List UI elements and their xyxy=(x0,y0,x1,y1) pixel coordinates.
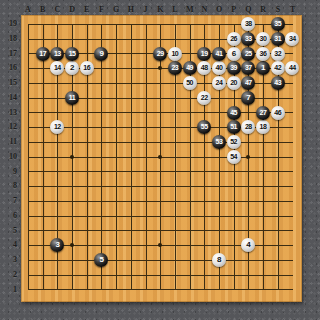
stones-layer: 1234567891011121314151617181920222324252… xyxy=(21,17,300,297)
row-label: 8 xyxy=(2,181,17,191)
black-stone: 35 xyxy=(271,17,285,31)
white-stone: 38 xyxy=(241,17,255,31)
white-stone: 34 xyxy=(285,32,299,46)
black-stone: 15 xyxy=(65,47,79,61)
move-number: 30 xyxy=(260,32,267,46)
column-label: R xyxy=(256,5,271,15)
move-number: 15 xyxy=(69,46,76,60)
move-number: 36 xyxy=(260,46,267,60)
move-number: 31 xyxy=(274,32,281,46)
move-number: 44 xyxy=(289,61,296,75)
white-stone: 50 xyxy=(183,76,197,90)
move-number: 45 xyxy=(230,105,237,119)
column-label: O xyxy=(212,5,227,15)
row-label: 15 xyxy=(2,78,17,88)
move-number: 20 xyxy=(230,76,237,90)
move-number: 47 xyxy=(245,76,252,90)
move-number: 13 xyxy=(54,46,61,60)
move-number: 4 xyxy=(246,238,250,252)
move-number: 27 xyxy=(260,105,267,119)
white-stone: 4 xyxy=(241,238,255,252)
black-stone: 55 xyxy=(197,120,211,134)
star-point xyxy=(70,155,74,159)
move-number: 16 xyxy=(83,61,90,75)
black-stone: 47 xyxy=(241,76,255,90)
move-number: 55 xyxy=(201,120,208,134)
column-label: C xyxy=(50,5,65,15)
row-label: 1 xyxy=(2,285,17,295)
row-label: 7 xyxy=(2,196,17,206)
row-label: 3 xyxy=(2,255,17,265)
row-label: 10 xyxy=(2,152,17,162)
row-label: 2 xyxy=(2,270,17,280)
white-stone: 10 xyxy=(168,47,182,61)
move-number: 41 xyxy=(216,46,223,60)
move-number: 1 xyxy=(261,61,265,75)
row-label: 13 xyxy=(2,108,17,118)
black-stone: 39 xyxy=(227,61,241,75)
move-number: 53 xyxy=(216,135,223,149)
move-number: 7 xyxy=(246,91,250,105)
move-number: 39 xyxy=(230,61,237,75)
move-number: 52 xyxy=(230,135,237,149)
black-stone: 53 xyxy=(212,135,226,149)
white-stone: 36 xyxy=(256,47,270,61)
white-stone: 18 xyxy=(256,120,270,134)
column-label: F xyxy=(94,5,109,15)
move-number: 42 xyxy=(274,61,281,75)
black-stone: 25 xyxy=(241,47,255,61)
move-number: 5 xyxy=(99,253,103,267)
move-number: 40 xyxy=(216,61,223,75)
move-number: 49 xyxy=(186,61,193,75)
move-number: 25 xyxy=(245,46,252,60)
row-label: 9 xyxy=(2,167,17,177)
black-stone: 23 xyxy=(168,61,182,75)
white-stone: 48 xyxy=(197,61,211,75)
black-stone: 17 xyxy=(36,47,50,61)
white-stone: 28 xyxy=(241,120,255,134)
white-stone: 44 xyxy=(285,61,299,75)
move-number: 18 xyxy=(260,120,267,134)
move-number: 9 xyxy=(99,46,103,60)
white-stone: 14 xyxy=(50,61,64,75)
column-label: G xyxy=(109,5,124,15)
black-stone: 43 xyxy=(271,76,285,90)
black-stone: 45 xyxy=(227,106,241,120)
column-label: M xyxy=(182,5,197,15)
black-stone: 13 xyxy=(50,47,64,61)
column-label: H xyxy=(124,5,139,15)
white-stone: 40 xyxy=(212,61,226,75)
black-stone: 51 xyxy=(227,120,241,134)
black-stone: 19 xyxy=(197,47,211,61)
white-stone: 8 xyxy=(212,253,226,267)
black-stone: 9 xyxy=(94,47,108,61)
black-stone: 33 xyxy=(241,32,255,46)
column-label: D xyxy=(65,5,80,15)
column-label: L xyxy=(168,5,183,15)
row-label: 6 xyxy=(2,211,17,221)
column-label: T xyxy=(285,5,300,15)
move-number: 28 xyxy=(245,120,252,134)
move-number: 8 xyxy=(217,253,221,267)
go-diagram: ABCDEFGHJKLMNOPQRST 19181716151413121110… xyxy=(0,0,320,320)
black-stone: 37 xyxy=(241,61,255,75)
star-point xyxy=(70,243,74,247)
move-number: 14 xyxy=(54,61,61,75)
white-stone: 52 xyxy=(227,135,241,149)
move-number: 33 xyxy=(245,32,252,46)
white-stone: 30 xyxy=(256,32,270,46)
move-number: 3 xyxy=(55,238,59,252)
move-number: 54 xyxy=(230,150,237,164)
row-label: 17 xyxy=(2,49,17,59)
column-label: S xyxy=(271,5,286,15)
move-number: 32 xyxy=(274,46,281,60)
black-stone: 49 xyxy=(183,61,197,75)
black-stone: 1 xyxy=(256,61,270,75)
black-stone: 31 xyxy=(271,32,285,46)
row-label: 18 xyxy=(2,34,17,44)
column-label: A xyxy=(21,5,36,15)
white-stone: 54 xyxy=(227,150,241,164)
move-number: 51 xyxy=(230,120,237,134)
column-label: E xyxy=(79,5,94,15)
black-stone: 27 xyxy=(256,106,270,120)
move-number: 12 xyxy=(54,120,61,134)
column-label: Q xyxy=(241,5,256,15)
move-number: 26 xyxy=(230,32,237,46)
move-number: 46 xyxy=(274,105,281,119)
row-label: 19 xyxy=(2,19,17,29)
move-number: 50 xyxy=(186,76,193,90)
black-stone: 3 xyxy=(50,238,64,252)
white-stone: 2 xyxy=(65,61,79,75)
move-number: 6 xyxy=(232,46,236,60)
row-label: 5 xyxy=(2,226,17,236)
move-number: 29 xyxy=(157,46,164,60)
go-board: 1234567891011121314151617181920222324252… xyxy=(21,15,302,302)
move-number: 34 xyxy=(289,32,296,46)
white-stone: 26 xyxy=(227,32,241,46)
star-point xyxy=(158,243,162,247)
white-stone: 32 xyxy=(271,47,285,61)
black-stone: 41 xyxy=(212,47,226,61)
row-label: 14 xyxy=(2,93,17,103)
move-number: 10 xyxy=(171,46,178,60)
white-stone: 20 xyxy=(227,76,241,90)
move-number: 23 xyxy=(171,61,178,75)
black-stone: 29 xyxy=(153,47,167,61)
row-label: 12 xyxy=(2,122,17,132)
move-number: 11 xyxy=(69,91,75,105)
row-label: 11 xyxy=(2,137,17,147)
star-point xyxy=(158,155,162,159)
star-point xyxy=(158,66,162,70)
white-stone: 12 xyxy=(50,120,64,134)
column-label: K xyxy=(153,5,168,15)
move-number: 24 xyxy=(216,76,223,90)
black-stone: 5 xyxy=(94,253,108,267)
row-label: 4 xyxy=(2,240,17,250)
black-stone: 11 xyxy=(65,91,79,105)
column-label: P xyxy=(226,5,241,15)
move-number: 35 xyxy=(274,17,281,31)
white-stone: 22 xyxy=(197,91,211,105)
column-label: N xyxy=(197,5,212,15)
move-number: 22 xyxy=(201,91,208,105)
star-point xyxy=(246,155,250,159)
white-stone: 42 xyxy=(271,61,285,75)
white-stone: 46 xyxy=(271,106,285,120)
row-label: 16 xyxy=(2,63,17,73)
move-number: 2 xyxy=(70,61,74,75)
move-number: 19 xyxy=(201,46,208,60)
column-label: B xyxy=(35,5,50,15)
white-stone: 16 xyxy=(80,61,94,75)
move-number: 37 xyxy=(245,61,252,75)
column-label: J xyxy=(138,5,153,15)
move-number: 48 xyxy=(201,61,208,75)
black-stone: 7 xyxy=(241,91,255,105)
white-stone: 24 xyxy=(212,76,226,90)
move-number: 38 xyxy=(245,17,252,31)
move-number: 43 xyxy=(274,76,281,90)
move-number: 17 xyxy=(39,46,46,60)
white-stone: 6 xyxy=(227,47,241,61)
